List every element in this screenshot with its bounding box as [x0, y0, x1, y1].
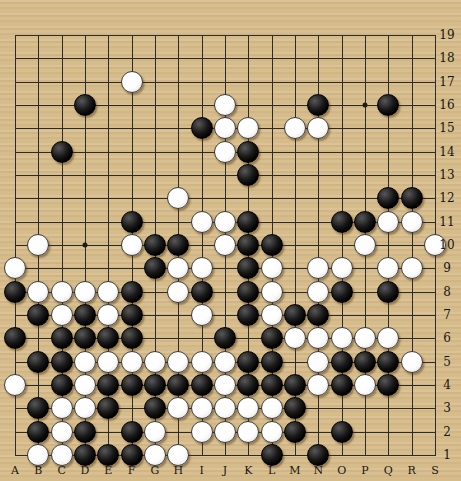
stone-black[interactable] — [331, 374, 353, 396]
stone-black[interactable] — [237, 141, 259, 163]
stone-black[interactable] — [331, 351, 353, 373]
stone-white[interactable] — [261, 421, 283, 443]
stone-black[interactable] — [167, 234, 189, 256]
column-label: G — [151, 464, 160, 477]
stone-black[interactable] — [377, 374, 399, 396]
stone-black[interactable] — [167, 374, 189, 396]
stone-black[interactable] — [261, 374, 283, 396]
column-label: L — [268, 464, 275, 477]
stone-black[interactable] — [237, 351, 259, 373]
stone-white[interactable] — [144, 421, 166, 443]
stone-black[interactable] — [191, 281, 213, 303]
column-label: S — [431, 464, 439, 477]
stone-black[interactable] — [144, 374, 166, 396]
stone-white[interactable] — [261, 397, 283, 419]
stone-white[interactable] — [261, 281, 283, 303]
stone-black[interactable] — [284, 397, 306, 419]
stone-white[interactable] — [214, 94, 236, 116]
stone-white[interactable] — [74, 351, 96, 373]
row-label: 8 — [443, 285, 451, 299]
stone-white[interactable] — [97, 351, 119, 373]
stone-black[interactable] — [354, 351, 376, 373]
row-label: 1 — [443, 448, 451, 462]
column-label: E — [104, 464, 112, 477]
stone-white[interactable] — [167, 257, 189, 279]
row-label: 3 — [443, 401, 451, 415]
stone-white[interactable] — [401, 257, 423, 279]
stone-white[interactable] — [354, 327, 376, 349]
stone-black[interactable] — [307, 304, 329, 326]
column-label: F — [128, 464, 136, 477]
stone-white[interactable] — [214, 117, 236, 139]
stone-black[interactable] — [284, 304, 306, 326]
stone-black[interactable] — [97, 327, 119, 349]
stone-black[interactable] — [51, 141, 73, 163]
stone-black[interactable] — [144, 257, 166, 279]
stone-black[interactable] — [261, 234, 283, 256]
stone-black[interactable] — [191, 374, 213, 396]
stone-white[interactable] — [74, 374, 96, 396]
stone-white[interactable] — [401, 211, 423, 233]
stone-white[interactable] — [74, 281, 96, 303]
stone-black[interactable] — [144, 234, 166, 256]
stone-white[interactable] — [214, 141, 236, 163]
column-label: K — [244, 464, 252, 477]
stone-black[interactable] — [51, 374, 73, 396]
stone-white[interactable] — [307, 351, 329, 373]
stone-black[interactable] — [237, 234, 259, 256]
column-label: I — [199, 464, 203, 477]
row-label: 17 — [439, 75, 454, 89]
stone-black[interactable] — [144, 397, 166, 419]
stone-white[interactable] — [307, 117, 329, 139]
stone-black[interactable] — [74, 94, 96, 116]
stone-white[interactable] — [51, 421, 73, 443]
stone-black[interactable] — [331, 211, 353, 233]
stone-black[interactable] — [261, 351, 283, 373]
stone-white[interactable] — [214, 374, 236, 396]
stone-white[interactable] — [354, 234, 376, 256]
stone-white[interactable] — [237, 421, 259, 443]
stone-black[interactable] — [27, 421, 49, 443]
stone-white[interactable] — [167, 351, 189, 373]
column-label: D — [81, 464, 90, 477]
stone-white[interactable] — [191, 421, 213, 443]
column-label: N — [314, 464, 324, 477]
stone-black[interactable] — [377, 187, 399, 209]
column-label: A — [11, 464, 19, 477]
stone-white[interactable] — [261, 257, 283, 279]
stone-white[interactable] — [27, 234, 49, 256]
stone-white[interactable] — [214, 421, 236, 443]
column-label: Q — [384, 464, 393, 477]
stone-white[interactable] — [97, 281, 119, 303]
stone-black[interactable] — [237, 211, 259, 233]
stone-white[interactable] — [191, 211, 213, 233]
stone-white[interactable] — [167, 397, 189, 419]
stone-black[interactable] — [307, 94, 329, 116]
row-label: 11 — [439, 215, 454, 229]
stone-white[interactable] — [121, 351, 143, 373]
stone-white[interactable] — [261, 304, 283, 326]
row-label: 13 — [439, 168, 454, 182]
stone-white[interactable] — [51, 397, 73, 419]
star-point — [362, 102, 367, 107]
stone-white[interactable] — [401, 351, 423, 373]
stone-black[interactable] — [191, 117, 213, 139]
stone-black[interactable] — [121, 374, 143, 396]
column-label: H — [174, 464, 184, 477]
stone-white[interactable] — [331, 257, 353, 279]
row-label: 9 — [443, 261, 451, 275]
column-label: P — [361, 464, 368, 477]
stone-white[interactable] — [214, 351, 236, 373]
stone-black[interactable] — [377, 281, 399, 303]
stone-black[interactable] — [121, 211, 143, 233]
row-label: 19 — [439, 28, 454, 42]
stone-black[interactable] — [97, 397, 119, 419]
stone-white[interactable] — [191, 257, 213, 279]
stone-black[interactable] — [4, 281, 26, 303]
row-label: 14 — [439, 145, 454, 159]
stone-white[interactable] — [377, 211, 399, 233]
column-label: C — [57, 464, 65, 477]
row-label: 6 — [443, 331, 451, 345]
stone-black[interactable] — [237, 281, 259, 303]
stone-black[interactable] — [27, 397, 49, 419]
stone-white[interactable] — [121, 234, 143, 256]
stone-black[interactable] — [214, 327, 236, 349]
stone-black[interactable] — [401, 187, 423, 209]
stone-black[interactable] — [237, 164, 259, 186]
row-label: 12 — [439, 191, 454, 205]
stone-white[interactable] — [27, 281, 49, 303]
stone-white[interactable] — [4, 374, 26, 396]
stone-black[interactable] — [74, 421, 96, 443]
row-label: 16 — [439, 98, 454, 112]
stone-black[interactable] — [331, 421, 353, 443]
stone-black[interactable] — [74, 304, 96, 326]
stone-black[interactable] — [237, 374, 259, 396]
stone-white[interactable] — [354, 374, 376, 396]
stone-white[interactable] — [167, 187, 189, 209]
stone-black[interactable] — [261, 327, 283, 349]
grid-line-vertical — [412, 35, 413, 456]
stone-white[interactable] — [191, 351, 213, 373]
star-point — [82, 242, 87, 247]
stone-white[interactable] — [51, 281, 73, 303]
stone-black[interactable] — [377, 94, 399, 116]
stone-black[interactable] — [74, 327, 96, 349]
stone-white[interactable] — [307, 374, 329, 396]
stone-white[interactable] — [144, 351, 166, 373]
stone-black[interactable] — [237, 257, 259, 279]
stone-white[interactable] — [237, 397, 259, 419]
row-label: 10 — [439, 238, 454, 252]
stone-black[interactable] — [121, 281, 143, 303]
stone-white[interactable] — [214, 234, 236, 256]
stone-white[interactable] — [191, 304, 213, 326]
stone-white[interactable] — [4, 257, 26, 279]
stone-white[interactable] — [331, 327, 353, 349]
stone-black[interactable] — [237, 304, 259, 326]
stone-black[interactable] — [27, 351, 49, 373]
column-label: B — [34, 464, 42, 477]
stone-black[interactable] — [51, 327, 73, 349]
stone-black[interactable] — [97, 374, 119, 396]
row-label: 2 — [443, 425, 451, 439]
stone-black[interactable] — [284, 374, 306, 396]
stone-white[interactable] — [214, 211, 236, 233]
stone-white[interactable] — [307, 327, 329, 349]
column-label: J — [223, 464, 227, 477]
stone-white[interactable] — [307, 257, 329, 279]
stone-white[interactable] — [191, 397, 213, 419]
stone-white[interactable] — [377, 327, 399, 349]
stone-black[interactable] — [121, 327, 143, 349]
stone-black[interactable] — [331, 281, 353, 303]
stone-black[interactable] — [284, 421, 306, 443]
row-label: 15 — [439, 121, 454, 135]
stone-white[interactable] — [121, 71, 143, 93]
stone-black[interactable] — [51, 351, 73, 373]
row-label: 4 — [443, 378, 451, 392]
stone-white[interactable] — [237, 117, 259, 139]
stone-black[interactable] — [354, 211, 376, 233]
stone-white[interactable] — [214, 397, 236, 419]
stone-white[interactable] — [74, 397, 96, 419]
column-label: M — [289, 464, 300, 477]
stone-white[interactable] — [97, 304, 119, 326]
stone-white[interactable] — [284, 327, 306, 349]
stone-black[interactable] — [121, 304, 143, 326]
row-label: 18 — [439, 51, 454, 65]
stone-white[interactable] — [307, 281, 329, 303]
stone-black[interactable] — [121, 421, 143, 443]
stone-black[interactable] — [4, 327, 26, 349]
stone-white[interactable] — [284, 117, 306, 139]
row-label: 5 — [443, 355, 451, 369]
row-label: 7 — [443, 308, 451, 322]
stone-white[interactable] — [167, 281, 189, 303]
column-label: O — [337, 464, 346, 477]
stone-black[interactable] — [27, 304, 49, 326]
column-label: R — [408, 464, 416, 477]
stone-white[interactable] — [377, 257, 399, 279]
stone-white[interactable] — [51, 304, 73, 326]
stone-black[interactable] — [377, 351, 399, 373]
